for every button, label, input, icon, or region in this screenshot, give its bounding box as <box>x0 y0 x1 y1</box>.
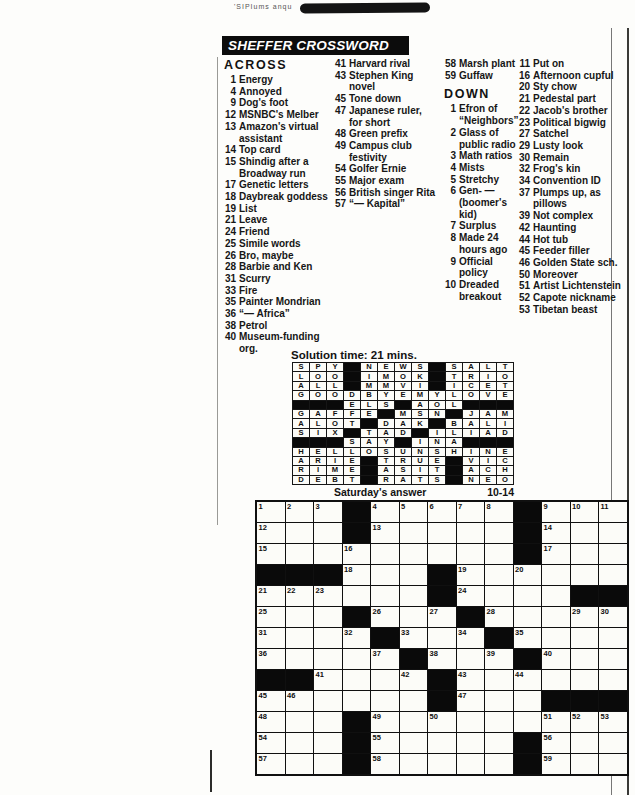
puzzle-cell[interactable] <box>485 586 513 606</box>
black-square <box>514 733 542 753</box>
cell-number: 15 <box>259 544 267 553</box>
puzzle-cell[interactable] <box>485 670 513 690</box>
clue-number: 36 <box>222 308 236 320</box>
clue-number: 35 <box>222 296 236 308</box>
puzzle-cell[interactable]: 20 <box>514 565 542 585</box>
puzzle-cell[interactable] <box>371 670 399 690</box>
clue-number: 1 <box>442 103 456 115</box>
clue-text: Put on <box>533 58 564 69</box>
across-list-3: 58Marsh plant59Guffaw <box>442 58 516 81</box>
clue-number: 54 <box>332 163 346 175</box>
puzzle-cell[interactable] <box>571 544 599 564</box>
puzzle-cell[interactable]: 27 <box>428 607 456 627</box>
puzzle-cell[interactable] <box>286 607 314 627</box>
clue-number: 16 <box>516 70 530 82</box>
answer-letter-cell: B <box>446 419 462 427</box>
cell-number: 5 <box>401 502 405 511</box>
black-square <box>343 754 371 774</box>
answer-black-square <box>497 438 513 446</box>
answer-letter-cell: L <box>446 391 462 399</box>
puzzle-cell[interactable] <box>514 607 542 627</box>
across-list-1: 1Energy4Annoyed9Dog's foot12MSNBC's Melb… <box>222 74 328 355</box>
cell-number: 36 <box>259 649 267 658</box>
puzzle-cell[interactable] <box>571 649 599 669</box>
black-square <box>343 712 371 732</box>
puzzle-cell[interactable] <box>400 586 428 606</box>
puzzle-cell[interactable] <box>314 649 342 669</box>
puzzle-cell[interactable] <box>542 607 570 627</box>
puzzle-cell[interactable]: 23 <box>314 586 342 606</box>
clue-number: 34 <box>516 175 530 187</box>
answer-letter-cell: T <box>361 429 377 437</box>
answer-black-square <box>480 438 496 446</box>
puzzle-cell[interactable] <box>599 649 627 669</box>
puzzle-cell[interactable]: 51 <box>542 712 570 732</box>
puzzle-cell[interactable] <box>343 649 371 669</box>
clue-text: Artist Lichtenstein <box>533 280 621 291</box>
puzzle-cell[interactable]: 34 <box>457 628 485 648</box>
puzzle-cell[interactable] <box>286 544 314 564</box>
puzzle-cell[interactable]: 32 <box>343 628 371 648</box>
cell-number: 37 <box>373 649 381 658</box>
answer-letter-cell: I <box>310 466 326 474</box>
puzzle-cell[interactable] <box>599 544 627 564</box>
cell-number: 47 <box>458 691 466 700</box>
puzzle-cell[interactable] <box>286 649 314 669</box>
answer-black-square <box>344 363 360 371</box>
puzzle-cell[interactable]: 9 <box>542 502 570 522</box>
answer-letter-cell: O <box>497 476 513 484</box>
puzzle-cell[interactable]: 29 <box>571 607 599 627</box>
down-clue-4: 4Mists <box>442 162 516 174</box>
clue-number: 2 <box>442 127 456 139</box>
answer-letter-cell: G <box>293 391 309 399</box>
cell-number: 44 <box>515 670 523 679</box>
down-clue-5: 5Stretchy <box>442 174 516 186</box>
puzzle-cell[interactable] <box>428 544 456 564</box>
puzzle-cell[interactable] <box>571 733 599 753</box>
puzzle-cell[interactable] <box>485 523 513 543</box>
puzzle-cell[interactable] <box>428 754 456 774</box>
clue-text: Golden State sch. <box>533 257 617 268</box>
puzzle-cell[interactable] <box>514 712 542 732</box>
puzzle-cell[interactable]: 31 <box>257 628 285 648</box>
puzzle-cell[interactable]: 36 <box>257 649 285 669</box>
clue-number: 31 <box>222 273 236 285</box>
down-clue-29: 29Lusty look <box>516 140 626 152</box>
puzzle-cell[interactable]: 40 <box>542 649 570 669</box>
answer-letter-cell: S <box>412 410 428 418</box>
puzzle-cell[interactable]: 7 <box>457 502 485 522</box>
puzzle-cell[interactable]: 6 <box>428 502 456 522</box>
puzzle-cell[interactable]: 12 <box>257 523 285 543</box>
answer-letter-cell: S <box>395 466 411 474</box>
puzzle-cell[interactable]: 58 <box>371 754 399 774</box>
puzzle-cell[interactable]: 53 <box>599 712 627 732</box>
clue-text: “— Kapital” <box>349 198 405 209</box>
puzzle-cell[interactable]: 18 <box>343 565 371 585</box>
clue-number: 21 <box>222 214 236 226</box>
puzzle-cell[interactable] <box>343 670 371 690</box>
black-square <box>343 733 371 753</box>
puzzle-cell[interactable] <box>286 733 314 753</box>
puzzle-cell[interactable]: 38 <box>428 649 456 669</box>
puzzle-cell[interactable] <box>457 733 485 753</box>
puzzle-cell[interactable]: 52 <box>571 712 599 732</box>
puzzle-cell[interactable] <box>400 754 428 774</box>
clue-text: British singer Rita <box>349 187 435 198</box>
clue-number: 45 <box>332 93 346 105</box>
clue-number: 24 <box>222 226 236 238</box>
down-clue-8: 8Made 24 hours ago <box>442 232 516 255</box>
puzzle-cell[interactable]: 16 <box>343 544 371 564</box>
answer-letter-cell: A <box>395 419 411 427</box>
across-clue-25: 25Simile words <box>222 238 328 250</box>
down-clue-7: 7Surplus <box>442 220 516 232</box>
puzzle-cell[interactable] <box>314 607 342 627</box>
cell-number: 46 <box>287 691 295 700</box>
clue-number: 51 <box>516 280 530 292</box>
clue-text: MSNBC's Melber <box>239 109 319 120</box>
cell-number: 11 <box>601 502 609 511</box>
answer-letter-cell: M <box>497 410 513 418</box>
answer-letter-cell: I <box>446 382 462 390</box>
puzzle-cell[interactable] <box>599 733 627 753</box>
cell-number: 34 <box>458 628 466 637</box>
puzzle-cell[interactable]: 44 <box>514 670 542 690</box>
cell-number: 2 <box>287 502 291 511</box>
cell-number: 48 <box>259 712 267 721</box>
clue-number: 8 <box>442 232 456 244</box>
answer-letter-cell: E <box>429 457 445 465</box>
across-clue-58: 58Marsh plant <box>442 58 516 70</box>
puzzle-cell[interactable]: 41 <box>314 670 342 690</box>
puzzle-cell[interactable] <box>371 691 399 711</box>
clue-text: Plumps up, as pillows <box>533 187 601 210</box>
puzzle-cell[interactable]: 1 <box>257 502 285 522</box>
puzzle-cell[interactable] <box>371 586 399 606</box>
puzzle-cell[interactable]: 39 <box>485 649 513 669</box>
clue-number: 40 <box>222 331 236 343</box>
clue-column-3: 58Marsh plant59Guffaw DOWN 1Efron of “Ne… <box>442 58 516 302</box>
clue-number: 57 <box>332 198 346 210</box>
puzzle-cell[interactable] <box>457 544 485 564</box>
puzzle-cell[interactable]: 55 <box>371 733 399 753</box>
black-square <box>599 691 627 711</box>
answer-letter-cell: S <box>344 438 360 446</box>
puzzle-cell[interactable] <box>485 544 513 564</box>
answer-letter-cell: A <box>446 438 462 446</box>
puzzle-cell[interactable]: 45 <box>257 691 285 711</box>
cell-number: 12 <box>259 523 267 532</box>
black-square <box>400 649 428 669</box>
across-clue-26: 26Bro, maybe <box>222 250 328 262</box>
answer-letter-cell: V <box>395 382 411 390</box>
puzzle-cell[interactable] <box>571 523 599 543</box>
puzzle-cell[interactable] <box>457 712 485 732</box>
puzzle-cell[interactable]: 24 <box>457 586 485 606</box>
puzzle-cell[interactable]: 26 <box>371 607 399 627</box>
puzzle-cell[interactable]: 21 <box>257 586 285 606</box>
answer-letter-cell: I <box>429 429 445 437</box>
answer-letter-cell: A <box>378 466 394 474</box>
across-clue-9: 9Dog's foot <box>222 97 328 109</box>
puzzle-cell[interactable] <box>314 691 342 711</box>
puzzle-cell[interactable] <box>514 586 542 606</box>
clue-text: Lusty look <box>533 140 583 151</box>
puzzle-cell[interactable] <box>485 691 513 711</box>
puzzle-cell[interactable]: 13 <box>371 523 399 543</box>
puzzle-cell[interactable] <box>343 586 371 606</box>
puzzle-cell[interactable] <box>400 523 428 543</box>
clue-number: 48 <box>332 128 346 140</box>
puzzle-cell[interactable]: 49 <box>371 712 399 732</box>
puzzle-cell[interactable]: 3 <box>314 502 342 522</box>
answer-letter-cell: R <box>378 476 394 484</box>
puzzle-cell[interactable] <box>542 670 570 690</box>
clue-number: 12 <box>222 109 236 121</box>
clue-number: 18 <box>222 191 236 203</box>
puzzle-cell[interactable]: 8 <box>485 502 513 522</box>
puzzle-cell[interactable]: 42 <box>400 670 428 690</box>
puzzle-cell[interactable] <box>457 754 485 774</box>
answer-letter-cell: S <box>412 363 428 371</box>
down-clue-50: 50Moreover <box>516 269 626 281</box>
answer-letter-cell: U <box>412 457 428 465</box>
answer-letter-cell: T <box>378 457 394 465</box>
answer-letter-cell: I <box>497 419 513 427</box>
puzzle-cell[interactable]: 54 <box>257 733 285 753</box>
puzzle-cell[interactable] <box>571 628 599 648</box>
cell-number: 1 <box>259 502 263 511</box>
puzzle-cell[interactable]: 46 <box>286 691 314 711</box>
black-square <box>343 523 371 543</box>
puzzle-cell[interactable] <box>286 523 314 543</box>
down-clue-52: 52Capote nickname <box>516 292 626 304</box>
clue-number: 14 <box>222 144 236 156</box>
clue-number: 52 <box>516 292 530 304</box>
puzzle-cell[interactable] <box>314 733 342 753</box>
puzzle-cell[interactable] <box>400 607 428 627</box>
clue-number: 28 <box>222 261 236 273</box>
puzzle-cell[interactable] <box>428 628 456 648</box>
puzzle-cell[interactable] <box>542 628 570 648</box>
answer-letter-cell: L <box>446 401 462 409</box>
puzzle-cell[interactable]: 25 <box>257 607 285 627</box>
puzzle-cell[interactable] <box>599 628 627 648</box>
puzzle-cell[interactable] <box>571 754 599 774</box>
black-square <box>371 628 399 648</box>
puzzle-cell[interactable] <box>400 712 428 732</box>
answer-letter-cell: R <box>463 372 479 380</box>
puzzle-cell[interactable]: 48 <box>257 712 285 732</box>
clue-number: 49 <box>332 140 346 152</box>
answer-caption: Saturday's answer <box>334 486 426 498</box>
puzzle-cell[interactable] <box>286 754 314 774</box>
clue-text: List <box>239 203 257 214</box>
puzzle-cell[interactable] <box>371 544 399 564</box>
puzzle-cell[interactable]: 2 <box>286 502 314 522</box>
puzzle-cell[interactable]: 35 <box>514 628 542 648</box>
clue-number: 15 <box>222 156 236 168</box>
black-square <box>257 670 285 690</box>
puzzle-cell[interactable] <box>599 523 627 543</box>
cell-number: 59 <box>544 754 552 763</box>
down-clue-11: 11Put on <box>516 58 626 70</box>
answer-letter-cell: M <box>378 382 394 390</box>
puzzle-cell[interactable] <box>599 670 627 690</box>
puzzle-cell[interactable] <box>286 712 314 732</box>
puzzle-cell[interactable] <box>485 733 513 753</box>
cell-number: 40 <box>544 649 552 658</box>
puzzle-cell[interactable] <box>400 565 428 585</box>
answer-letter-cell: T <box>497 363 513 371</box>
clue-number: 45 <box>516 245 530 257</box>
puzzle-cell[interactable] <box>571 565 599 585</box>
puzzle-cell[interactable]: 33 <box>400 628 428 648</box>
cell-number: 23 <box>316 586 324 595</box>
answer-letter-cell: O <box>327 372 343 380</box>
across-clue-17: 17Genetic letters <box>222 179 328 191</box>
answer-letter-cell: A <box>378 429 394 437</box>
puzzle-cell[interactable]: 37 <box>371 649 399 669</box>
puzzle-cell[interactable] <box>314 754 342 774</box>
down-clue-3: 3Math ratios <box>442 150 516 162</box>
answer-black-square <box>378 410 394 418</box>
answer-letter-cell: A <box>463 363 479 371</box>
puzzle-cell[interactable]: 17 <box>542 544 570 564</box>
puzzle-cell[interactable]: 15 <box>257 544 285 564</box>
answer-letter-cell: O <box>497 372 513 380</box>
puzzle-cell[interactable] <box>542 565 570 585</box>
puzzle-cell[interactable] <box>485 754 513 774</box>
clue-text: Shindig after a Broadway run <box>239 156 308 179</box>
answer-letter-cell: A <box>463 466 479 474</box>
puzzle-cell[interactable]: 11 <box>599 502 627 522</box>
answer-black-square <box>310 438 326 446</box>
answer-black-square <box>446 410 462 418</box>
answer-letter-cell: B <box>361 391 377 399</box>
puzzle-cell[interactable]: 19 <box>457 565 485 585</box>
clue-text: Campus club festivity <box>349 140 412 163</box>
answer-letter-cell: I <box>480 457 496 465</box>
puzzle-cell[interactable] <box>428 523 456 543</box>
puzzle-cell[interactable] <box>314 712 342 732</box>
puzzle-cell[interactable]: 56 <box>542 733 570 753</box>
answer-black-square <box>361 466 377 474</box>
puzzle-cell[interactable] <box>428 733 456 753</box>
answer-letter-cell: M <box>327 466 343 474</box>
puzzle-cell[interactable] <box>343 691 371 711</box>
puzzle-cell[interactable] <box>400 733 428 753</box>
answer-black-square <box>412 429 428 437</box>
black-square <box>428 670 456 690</box>
across-clue-43: 43Stephen King novel <box>332 70 436 93</box>
answer-letter-cell: S <box>429 448 445 456</box>
cell-number: 57 <box>259 754 267 763</box>
puzzle-cell[interactable] <box>457 523 485 543</box>
puzzle-cell[interactable] <box>571 670 599 690</box>
cell-number: 16 <box>344 544 352 553</box>
clue-text: Tone down <box>349 93 401 104</box>
answer-black-square <box>446 476 462 484</box>
puzzle-cell[interactable] <box>400 544 428 564</box>
cell-number: 49 <box>373 712 381 721</box>
puzzle-cell[interactable] <box>599 565 627 585</box>
puzzle-cell[interactable]: 28 <box>485 607 513 627</box>
clue-number: 46 <box>516 257 530 269</box>
puzzle-cell[interactable]: 4 <box>371 502 399 522</box>
puzzle-cell[interactable]: 10 <box>571 502 599 522</box>
puzzle-cell[interactable] <box>371 565 399 585</box>
answer-letter-cell: R <box>395 457 411 465</box>
puzzle-cell[interactable] <box>485 565 513 585</box>
black-square <box>542 691 570 711</box>
puzzle-cell[interactable] <box>314 544 342 564</box>
down-clue-16: 16Afternoon cupful <box>516 70 626 82</box>
answer-letter-cell: M <box>412 391 428 399</box>
puzzle-cell[interactable]: 30 <box>599 607 627 627</box>
cell-number: 50 <box>430 712 438 721</box>
answer-black-square <box>429 382 445 390</box>
puzzle-cell[interactable]: 14 <box>542 523 570 543</box>
answer-letter-cell: E <box>361 410 377 418</box>
clue-text: Energy <box>239 74 273 85</box>
puzzle-cell[interactable]: 47 <box>457 691 485 711</box>
answer-letter-cell: C <box>497 457 513 465</box>
puzzle-cell[interactable] <box>400 691 428 711</box>
clue-text: Fire <box>239 285 257 296</box>
down-clue-10: 10Dreaded breakout <box>442 279 516 302</box>
puzzle-cell[interactable]: 57 <box>257 754 285 774</box>
down-clue-21: 21Pedestal part <box>516 93 626 105</box>
answer-letter-cell: L <box>310 419 326 427</box>
clue-number: 56 <box>332 187 346 199</box>
puzzle-cell[interactable] <box>485 712 513 732</box>
puzzle-cell[interactable] <box>314 628 342 648</box>
down-clue-46: 46Golden State sch. <box>516 257 626 269</box>
clue-text: Frog's kin <box>533 163 580 174</box>
puzzle-cell[interactable]: 5 <box>400 502 428 522</box>
answer-letter-cell: O <box>429 401 445 409</box>
answer-letter-cell: T <box>429 466 445 474</box>
puzzle-grid: 1234567891011121314151617181920212223242… <box>255 500 629 776</box>
puzzle-cell[interactable]: 22 <box>286 586 314 606</box>
cell-number: 43 <box>458 670 466 679</box>
puzzle-cell[interactable]: 43 <box>457 670 485 690</box>
black-square <box>314 565 342 585</box>
puzzle-cell[interactable]: 59 <box>542 754 570 774</box>
cell-number: 42 <box>401 670 409 679</box>
down-list-2: 11Put on16Afternoon cupful20Sty chow21Pe… <box>516 58 626 315</box>
puzzle-cell[interactable] <box>514 691 542 711</box>
clue-column-2: 41Harvard rival43Stephen King novel45Ton… <box>332 58 436 210</box>
puzzle-cell[interactable] <box>457 649 485 669</box>
answer-letter-cell: T <box>344 419 360 427</box>
answer-letter-cell: I <box>463 429 479 437</box>
answer-letter-cell: O <box>395 372 411 380</box>
puzzle-cell[interactable] <box>314 523 342 543</box>
answer-grid: SPYNEWSSALTLOOIMOKTRIOALLMMVIICETGOODBYE… <box>292 362 514 485</box>
puzzle-cell[interactable] <box>542 586 570 606</box>
puzzle-cell[interactable]: 50 <box>428 712 456 732</box>
puzzle-cell[interactable] <box>286 628 314 648</box>
cell-number: 38 <box>430 649 438 658</box>
clue-number: 26 <box>222 250 236 262</box>
clue-text: Afternoon cupful <box>533 70 614 81</box>
answer-letter-cell: V <box>480 391 496 399</box>
puzzle-cell[interactable] <box>599 754 627 774</box>
